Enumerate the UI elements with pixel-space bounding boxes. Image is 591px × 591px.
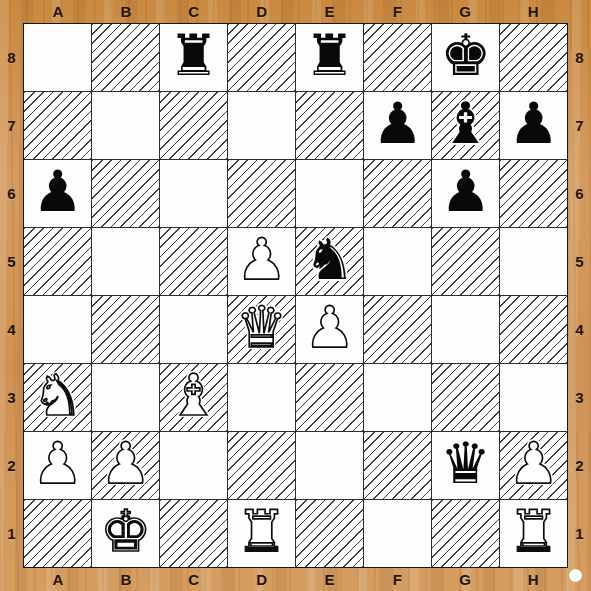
square-g2[interactable]: ♛ — [432, 432, 499, 499]
piece-black-pawn-a6[interactable]: ♟ — [32, 163, 83, 220]
file-label-d: D — [228, 568, 296, 591]
rank-labels-right: 87654321 — [568, 24, 591, 567]
square-d1[interactable]: ♜ — [228, 500, 295, 567]
square-a3[interactable]: ♞ — [24, 364, 91, 431]
square-g8[interactable]: ♚ — [432, 24, 499, 91]
file-label-d: D — [228, 0, 296, 22]
square-g5[interactable] — [432, 228, 499, 295]
square-h3[interactable] — [500, 364, 567, 431]
square-g4[interactable] — [432, 296, 499, 363]
square-a8[interactable] — [24, 24, 91, 91]
piece-white-bishop-c3[interactable]: ♝ — [168, 367, 219, 424]
rank-label-7: 7 — [0, 92, 23, 160]
piece-white-pawn-e4[interactable]: ♟ — [304, 299, 355, 356]
square-b6[interactable] — [92, 160, 159, 227]
chess-board: ♜♜♚♟♝♟♟♟♟♞♛♟♞♝♟♟♛♟♚♜♜ — [23, 23, 568, 568]
piece-white-pawn-d5[interactable]: ♟ — [236, 231, 287, 288]
file-label-f: F — [363, 0, 431, 22]
piece-white-king-b1[interactable]: ♚ — [100, 503, 151, 560]
square-h1[interactable]: ♜ — [500, 500, 567, 567]
square-f6[interactable] — [364, 160, 431, 227]
square-b8[interactable] — [92, 24, 159, 91]
square-d2[interactable] — [228, 432, 295, 499]
square-g3[interactable] — [432, 364, 499, 431]
square-b1[interactable]: ♚ — [92, 500, 159, 567]
piece-black-pawn-h7[interactable]: ♟ — [508, 95, 559, 152]
rank-label-8: 8 — [568, 24, 591, 92]
square-e3[interactable] — [296, 364, 363, 431]
file-label-g: G — [431, 0, 499, 22]
square-d4[interactable]: ♛ — [228, 296, 295, 363]
piece-white-pawn-b2[interactable]: ♟ — [100, 435, 151, 492]
square-a5[interactable] — [24, 228, 91, 295]
file-label-a: A — [24, 0, 92, 22]
square-f4[interactable] — [364, 296, 431, 363]
piece-black-king-g8[interactable]: ♚ — [440, 27, 491, 84]
rank-label-8: 8 — [0, 24, 23, 92]
square-c3[interactable]: ♝ — [160, 364, 227, 431]
square-e2[interactable] — [296, 432, 363, 499]
file-label-h: H — [499, 568, 567, 591]
file-label-f: F — [363, 568, 431, 591]
rank-label-3: 3 — [0, 363, 23, 431]
square-f2[interactable] — [364, 432, 431, 499]
file-label-c: C — [160, 568, 228, 591]
square-d3[interactable] — [228, 364, 295, 431]
file-labels-top: ABCDEFGH — [24, 0, 567, 22]
square-d6[interactable] — [228, 160, 295, 227]
rank-label-2: 2 — [0, 431, 23, 499]
file-label-c: C — [160, 0, 228, 22]
square-e4[interactable]: ♟ — [296, 296, 363, 363]
rank-labels-left: 87654321 — [0, 24, 23, 567]
rank-label-7: 7 — [568, 92, 591, 160]
square-h8[interactable] — [500, 24, 567, 91]
rank-label-6: 6 — [568, 160, 591, 228]
file-label-b: B — [92, 0, 160, 22]
file-label-g: G — [431, 568, 499, 591]
file-label-e: E — [296, 568, 364, 591]
square-a6[interactable]: ♟ — [24, 160, 91, 227]
square-b2[interactable]: ♟ — [92, 432, 159, 499]
square-d8[interactable] — [228, 24, 295, 91]
rank-label-4: 4 — [0, 296, 23, 364]
piece-white-queen-d4[interactable]: ♛ — [236, 299, 287, 356]
square-f1[interactable] — [364, 500, 431, 567]
corner-dot — [569, 569, 582, 582]
rank-label-5: 5 — [0, 228, 23, 296]
square-g6[interactable]: ♟ — [432, 160, 499, 227]
square-b7[interactable] — [92, 92, 159, 159]
square-g1[interactable] — [432, 500, 499, 567]
square-e5[interactable]: ♞ — [296, 228, 363, 295]
file-labels-bottom: ABCDEFGH — [24, 568, 567, 591]
piece-white-pawn-a2[interactable]: ♟ — [32, 435, 83, 492]
square-f7[interactable]: ♟ — [364, 92, 431, 159]
square-a1[interactable] — [24, 500, 91, 567]
square-h6[interactable] — [500, 160, 567, 227]
square-h7[interactable]: ♟ — [500, 92, 567, 159]
piece-black-knight-e5[interactable]: ♞ — [304, 231, 355, 288]
square-e1[interactable] — [296, 500, 363, 567]
piece-black-pawn-f7[interactable]: ♟ — [372, 95, 423, 152]
piece-black-rook-e8[interactable]: ♜ — [304, 27, 355, 84]
square-e6[interactable] — [296, 160, 363, 227]
piece-black-rook-c8[interactable]: ♜ — [168, 27, 219, 84]
square-e8[interactable]: ♜ — [296, 24, 363, 91]
square-a7[interactable] — [24, 92, 91, 159]
piece-black-queen-g2[interactable]: ♛ — [440, 435, 491, 492]
rank-label-2: 2 — [568, 431, 591, 499]
piece-black-bishop-g7[interactable]: ♝ — [440, 95, 491, 152]
square-f5[interactable] — [364, 228, 431, 295]
square-h5[interactable] — [500, 228, 567, 295]
square-d5[interactable]: ♟ — [228, 228, 295, 295]
square-g7[interactable]: ♝ — [432, 92, 499, 159]
file-label-b: B — [92, 568, 160, 591]
rank-label-6: 6 — [0, 160, 23, 228]
piece-white-rook-d1[interactable]: ♜ — [236, 503, 287, 560]
file-label-a: A — [24, 568, 92, 591]
file-label-e: E — [296, 0, 364, 22]
rank-label-1: 1 — [568, 499, 591, 567]
square-e7[interactable] — [296, 92, 363, 159]
piece-white-rook-h1[interactable]: ♜ — [508, 503, 559, 560]
rank-label-5: 5 — [568, 228, 591, 296]
square-c2[interactable] — [160, 432, 227, 499]
square-c6[interactable] — [160, 160, 227, 227]
wood-frame: ABCDEFGH ABCDEFGH 87654321 87654321 ♜♜♚♟… — [0, 0, 591, 591]
square-c4[interactable] — [160, 296, 227, 363]
square-c1[interactable] — [160, 500, 227, 567]
square-a2[interactable]: ♟ — [24, 432, 91, 499]
square-h4[interactable] — [500, 296, 567, 363]
square-c5[interactable] — [160, 228, 227, 295]
square-c7[interactable] — [160, 92, 227, 159]
square-b3[interactable] — [92, 364, 159, 431]
square-h2[interactable]: ♟ — [500, 432, 567, 499]
square-f8[interactable] — [364, 24, 431, 91]
square-b5[interactable] — [92, 228, 159, 295]
piece-black-pawn-g6[interactable]: ♟ — [440, 163, 491, 220]
square-c8[interactable]: ♜ — [160, 24, 227, 91]
rank-label-3: 3 — [568, 363, 591, 431]
square-d7[interactable] — [228, 92, 295, 159]
rank-label-1: 1 — [0, 499, 23, 567]
piece-white-pawn-h2[interactable]: ♟ — [508, 435, 559, 492]
rank-label-4: 4 — [568, 296, 591, 364]
piece-white-knight-a3[interactable]: ♞ — [32, 367, 83, 424]
square-b4[interactable] — [92, 296, 159, 363]
file-label-h: H — [499, 0, 567, 22]
square-f3[interactable] — [364, 364, 431, 431]
square-a4[interactable] — [24, 296, 91, 363]
